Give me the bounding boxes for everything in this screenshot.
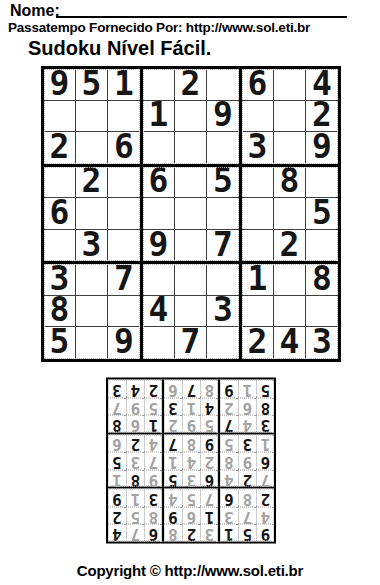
solution-cell-r4c4: 6 [200,470,218,488]
solution-cell-r2c9: 2 [108,507,126,525]
puzzle-cell-r7c8 [274,264,306,296]
solution-cell-r8c2: 6 [238,398,256,416]
puzzle-cell-r3c9: 9 [306,132,338,164]
solution-cell-r4c7: 9 [144,470,162,488]
solution-cell-r2c5: 6 [182,507,200,525]
solution-cell-r6c3: 5 [220,435,238,453]
puzzle-cell-r4c6: 5 [207,167,239,199]
puzzle-cell-r5c3 [108,198,140,230]
solution-cell-r8c8: 9 [126,398,144,416]
puzzle-cell-r9c4 [143,327,175,359]
puzzle-cell-r9c1: 5 [44,327,76,359]
solution-cell-r6c1: 1 [256,435,274,453]
solution-cell-r7c8: 6 [126,415,144,433]
solution-cell-r7c1: 3 [256,415,274,433]
solution-cell-r5c5: 4 [182,452,200,470]
solution-cell-r8c6: 3 [164,398,182,416]
puzzle-cell-r7c3: 7 [108,264,140,296]
solution-cell-r8c5: 1 [182,398,200,416]
solution-box-1: 951473286 [218,487,274,542]
puzzle-box-2: 219 [143,69,242,167]
puzzle-cell-r8c4: 4 [143,296,175,328]
solution-cell-r5c9: 5 [108,452,126,470]
solution-box-7: 347862519 [218,380,274,433]
worksheet-page: Nome: Passatempo Fornecido Por: http://w… [0,0,380,585]
puzzle-box-3: 64239 [242,69,338,167]
puzzle-cell-r9c9: 3 [306,327,338,359]
puzzle-cell-r6c8: 2 [274,230,306,262]
solution-cell-r1c5: 2 [182,524,200,542]
solution-cell-r1c7: 6 [144,524,162,542]
puzzle-cell-r3c8 [274,132,306,164]
puzzle-cell-r9c5: 7 [175,327,207,359]
puzzle-cell-r4c4: 6 [143,167,175,199]
provider-line: Passatempo Fornecido Por: http://www.sol… [8,20,310,36]
solution-cell-r2c8: 5 [126,507,144,525]
solution-cell-r9c9: 3 [108,380,126,398]
puzzle-cell-r5c7 [242,198,274,230]
puzzle-box-7: 37859 [44,264,143,359]
puzzle-cell-r7c9: 8 [306,264,338,296]
puzzle-cell-r5c5 [175,198,207,230]
solution-cell-r2c7: 8 [144,507,162,525]
solution-cell-r5c7: 7 [144,452,162,470]
solution-cell-r8c3: 2 [220,398,238,416]
solution-cell-r8c1: 8 [256,398,274,416]
sudoku-puzzle-grid: 951262196423926365978523785943718243 [41,66,341,362]
solution-cell-r7c5: 9 [182,415,200,433]
puzzle-cell-r9c7: 2 [242,327,274,359]
solution-cell-r4c3: 4 [220,470,238,488]
puzzle-cell-r4c7 [242,167,274,199]
puzzle-cell-r6c7 [242,230,274,262]
solution-cell-r6c7: 4 [144,435,162,453]
puzzle-cell-r6c4: 9 [143,230,175,262]
sudoku-solution-grid-rotated: 9514732863281697546748523197246981356352… [106,378,276,544]
puzzle-cell-r9c3: 9 [108,327,140,359]
solution-cell-r9c5: 7 [182,380,200,398]
puzzle-cell-r3c3: 6 [108,132,140,164]
solution-cell-r8c9: 7 [108,398,126,416]
solution-cell-r4c8: 8 [126,470,144,488]
solution-cell-r9c6: 6 [164,380,182,398]
solution-box-4: 724698135 [218,433,274,488]
solution-cell-r7c3: 7 [220,415,238,433]
puzzle-cell-r2c4: 1 [143,101,175,133]
puzzle-cell-r8c2 [76,296,108,328]
puzzle-box-4: 263 [44,167,143,265]
solution-cell-r2c4: 1 [200,507,218,525]
puzzle-cell-r1c8 [274,69,306,101]
solution-cell-r6c8: 2 [126,435,144,453]
puzzle-cell-r5c9: 5 [306,198,338,230]
solution-cell-r3c4: 7 [200,489,218,507]
page-title: Sudoku Nível Fácil. [28,38,211,59]
solution-cell-r8c4: 4 [200,398,218,416]
puzzle-cell-r3c7: 3 [242,132,274,164]
solution-cell-r5c3: 8 [220,452,238,470]
puzzle-cell-r7c5 [175,264,207,296]
puzzle-cell-r2c5 [175,101,207,133]
solution-cell-r6c4: 9 [200,435,218,453]
solution-cell-r1c1: 9 [256,524,274,542]
puzzle-cell-r5c1: 6 [44,198,76,230]
puzzle-cell-r1c7: 6 [242,69,274,101]
puzzle-cell-r1c5: 2 [175,69,207,101]
puzzle-cell-r4c3 [108,167,140,199]
solution-cell-r9c7: 2 [144,380,162,398]
puzzle-cell-r3c2 [76,132,108,164]
solution-cell-r3c8: 1 [126,489,144,507]
puzzle-cell-r9c2 [76,327,108,359]
puzzle-cell-r8c6: 3 [207,296,239,328]
puzzle-cell-r3c5 [175,132,207,164]
solution-cell-r1c2: 5 [238,524,256,542]
solution-cell-r8c7: 5 [144,398,162,416]
solution-cell-r1c6: 8 [164,524,182,542]
puzzle-box-9: 18243 [242,264,338,359]
solution-box-6: 981735426 [108,433,162,488]
solution-cell-r3c2: 8 [238,489,256,507]
solution-cell-r7c2: 4 [238,415,256,433]
solution-cell-r1c9: 4 [108,524,126,542]
solution-cell-r3c9: 9 [108,489,126,507]
solution-box-9: 168597243 [108,380,162,433]
solution-cell-r4c9: 1 [108,470,126,488]
solution-box-3: 674852319 [108,487,162,542]
solution-box-5: 635241987 [162,433,218,488]
puzzle-cell-r1c3: 1 [108,69,140,101]
solution-cell-r3c5: 5 [182,489,200,507]
puzzle-cell-r6c5 [175,230,207,262]
puzzle-box-5: 6597 [143,167,242,265]
solution-cell-r3c7: 3 [144,489,162,507]
puzzle-cell-r6c6: 7 [207,230,239,262]
solution-box-2: 328169754 [162,487,218,542]
solution-cell-r4c2: 2 [238,470,256,488]
solution-box-8: 592413876 [162,380,218,433]
solution-cell-r9c3: 9 [220,380,238,398]
solution-cell-r5c8: 3 [126,452,144,470]
puzzle-cell-r6c2: 3 [76,230,108,262]
solution-cell-r3c1: 2 [256,489,274,507]
puzzle-cell-r1c1: 9 [44,69,76,101]
solution-cell-r2c6: 9 [164,507,182,525]
puzzle-box-8: 437 [143,264,242,359]
puzzle-cell-r6c9 [306,230,338,262]
puzzle-cell-r2c8 [274,101,306,133]
solution-cell-r6c2: 3 [238,435,256,453]
puzzle-cell-r4c2: 2 [76,167,108,199]
solution-cell-r6c6: 7 [164,435,182,453]
puzzle-cell-r4c5 [175,167,207,199]
puzzle-cell-r7c2 [76,264,108,296]
puzzle-cell-r2c2 [76,101,108,133]
solution-cell-r4c1: 7 [256,470,274,488]
solution-cell-r9c2: 1 [238,380,256,398]
puzzle-cell-r3c6 [207,132,239,164]
puzzle-cell-r1c2: 5 [76,69,108,101]
solution-cell-r7c6: 2 [164,415,182,433]
solution-cell-r2c2: 7 [238,507,256,525]
puzzle-cell-r6c1 [44,230,76,262]
solution-cell-r6c5: 8 [182,435,200,453]
puzzle-cell-r9c6 [207,327,239,359]
puzzle-cell-r7c7: 1 [242,264,274,296]
solution-cell-r9c1: 5 [256,380,274,398]
solution-cell-r3c6: 4 [164,489,182,507]
solution-cell-r7c7: 1 [144,415,162,433]
solution-cell-r9c8: 4 [126,380,144,398]
puzzle-cell-r4c8: 8 [274,167,306,199]
solution-cell-r9c4: 8 [200,380,218,398]
solution-cell-r1c8: 7 [126,524,144,542]
copyright-text: Copyright © http://www.sol.eti.br [0,562,380,579]
solution-cell-r7c4: 5 [200,415,218,433]
puzzle-box-6: 852 [242,167,338,265]
solution-cell-r5c6: 1 [164,452,182,470]
puzzle-cell-r2c6: 9 [207,101,239,133]
puzzle-cell-r3c4 [143,132,175,164]
solution-cell-r5c1: 6 [256,452,274,470]
puzzle-cell-r6c3 [108,230,140,262]
puzzle-cell-r9c8: 4 [274,327,306,359]
name-label: Nome: [10,2,60,19]
solution-cell-r2c3: 3 [220,507,238,525]
solution-cell-r7c9: 8 [108,415,126,433]
solution-cell-r5c2: 9 [238,452,256,470]
name-fill-line [56,16,347,18]
solution-cell-r3c3: 6 [220,489,238,507]
solution-cell-r4c6: 5 [164,470,182,488]
solution-cell-r5c4: 2 [200,452,218,470]
solution-cell-r1c4: 3 [200,524,218,542]
puzzle-cell-r3c1: 2 [44,132,76,164]
solution-cell-r6c9: 6 [108,435,126,453]
puzzle-box-1: 95126 [44,69,143,167]
solution-cell-r4c5: 3 [182,470,200,488]
solution-cell-r2c1: 4 [256,507,274,525]
solution-cell-r1c3: 1 [220,524,238,542]
